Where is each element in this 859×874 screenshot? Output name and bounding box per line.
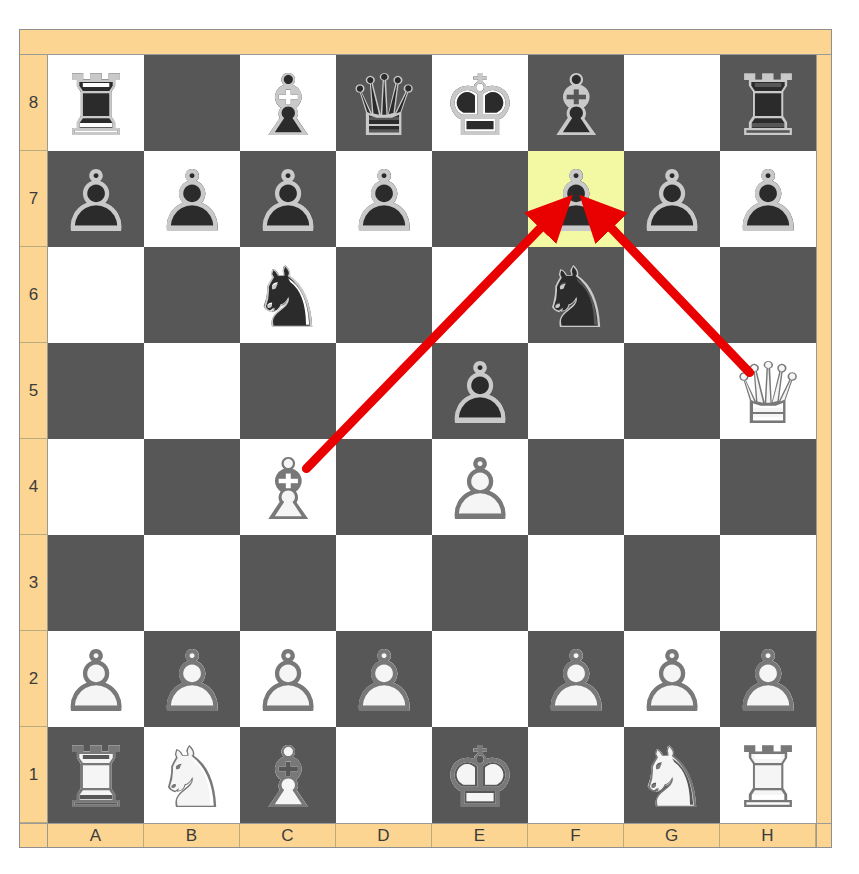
square-h2[interactable]: ♟♙ xyxy=(720,631,816,727)
square-b8[interactable] xyxy=(144,55,240,151)
square-c5[interactable] xyxy=(240,343,336,439)
black-pawn-f7: ♟♙ xyxy=(528,151,624,247)
black-king-e8: ♚♔ xyxy=(432,55,528,151)
file-label-F: F xyxy=(528,823,624,847)
frame-corner-bottom-left xyxy=(20,823,48,847)
square-b3[interactable] xyxy=(144,535,240,631)
square-b4[interactable] xyxy=(144,439,240,535)
square-e2[interactable] xyxy=(432,631,528,727)
square-f4[interactable] xyxy=(528,439,624,535)
square-f6[interactable]: ♞♘ xyxy=(528,247,624,343)
board-frame: ♜♖♝♗♛♕♚♔♝♗♜♖♟♙♟♙♟♙♟♙♟♙♟♙♟♙♞♘♞♘♟♙♛♕♝♗♟♙♟♙… xyxy=(19,29,832,848)
square-c3[interactable] xyxy=(240,535,336,631)
square-d1[interactable] xyxy=(336,727,432,823)
square-d7[interactable]: ♟♙ xyxy=(336,151,432,247)
square-b2[interactable]: ♟♙ xyxy=(144,631,240,727)
square-c2[interactable]: ♟♙ xyxy=(240,631,336,727)
chess-board: ♜♖♝♗♛♕♚♔♝♗♜♖♟♙♟♙♟♙♟♙♟♙♟♙♟♙♞♘♞♘♟♙♛♕♝♗♟♙♟♙… xyxy=(48,55,816,823)
rank-label-7: 7 xyxy=(20,151,48,247)
white-bishop-c4: ♝♗ xyxy=(240,439,336,535)
square-a4[interactable] xyxy=(48,439,144,535)
square-f1[interactable] xyxy=(528,727,624,823)
square-d5[interactable] xyxy=(336,343,432,439)
square-a8[interactable]: ♜♖ xyxy=(48,55,144,151)
square-c1[interactable]: ♝♗ xyxy=(240,727,336,823)
file-label-G: G xyxy=(624,823,720,847)
square-h1[interactable]: ♜♖ xyxy=(720,727,816,823)
square-h8[interactable]: ♜♖ xyxy=(720,55,816,151)
rank-label-3: 3 xyxy=(20,535,48,631)
white-rook-a1: ♜♖ xyxy=(48,727,144,823)
black-pawn-a7: ♟♙ xyxy=(48,151,144,247)
black-queen-d8: ♛♕ xyxy=(336,55,432,151)
square-g2[interactable]: ♟♙ xyxy=(624,631,720,727)
file-label-B: B xyxy=(144,823,240,847)
black-rook-a8: ♜♖ xyxy=(48,55,144,151)
white-pawn-b2: ♟♙ xyxy=(144,631,240,727)
black-bishop-c8: ♝♗ xyxy=(240,55,336,151)
square-b7[interactable]: ♟♙ xyxy=(144,151,240,247)
square-b1[interactable]: ♞♘ xyxy=(144,727,240,823)
square-d6[interactable] xyxy=(336,247,432,343)
square-g3[interactable] xyxy=(624,535,720,631)
square-a6[interactable] xyxy=(48,247,144,343)
square-a2[interactable]: ♟♙ xyxy=(48,631,144,727)
square-g4[interactable] xyxy=(624,439,720,535)
square-e7[interactable] xyxy=(432,151,528,247)
black-pawn-e5: ♟♙ xyxy=(432,343,528,439)
square-e5[interactable]: ♟♙ xyxy=(432,343,528,439)
square-d3[interactable] xyxy=(336,535,432,631)
square-e3[interactable] xyxy=(432,535,528,631)
square-g7[interactable]: ♟♙ xyxy=(624,151,720,247)
white-pawn-h2: ♟♙ xyxy=(720,631,816,727)
square-a5[interactable] xyxy=(48,343,144,439)
black-pawn-c7: ♟♙ xyxy=(240,151,336,247)
square-c6[interactable]: ♞♘ xyxy=(240,247,336,343)
square-e8[interactable]: ♚♔ xyxy=(432,55,528,151)
rank-label-8: 8 xyxy=(20,55,48,151)
square-a7[interactable]: ♟♙ xyxy=(48,151,144,247)
square-d8[interactable]: ♛♕ xyxy=(336,55,432,151)
rank-label-1: 1 xyxy=(20,727,48,823)
white-rook-h1: ♜♖ xyxy=(720,727,816,823)
square-b5[interactable] xyxy=(144,343,240,439)
square-c8[interactable]: ♝♗ xyxy=(240,55,336,151)
square-g6[interactable] xyxy=(624,247,720,343)
file-label-A: A xyxy=(48,823,144,847)
square-g1[interactable]: ♞♘ xyxy=(624,727,720,823)
square-e6[interactable] xyxy=(432,247,528,343)
white-knight-b1: ♞♘ xyxy=(144,727,240,823)
square-f2[interactable]: ♟♙ xyxy=(528,631,624,727)
square-c4[interactable]: ♝♗ xyxy=(240,439,336,535)
rank-label-4: 4 xyxy=(20,439,48,535)
square-h3[interactable] xyxy=(720,535,816,631)
white-pawn-d2: ♟♙ xyxy=(336,631,432,727)
square-f7[interactable]: ♟♙ xyxy=(528,151,624,247)
black-rook-h8: ♜♖ xyxy=(720,55,816,151)
black-pawn-h7: ♟♙ xyxy=(720,151,816,247)
square-g8[interactable] xyxy=(624,55,720,151)
rank-label-6: 6 xyxy=(20,247,48,343)
white-pawn-c2: ♟♙ xyxy=(240,631,336,727)
file-label-C: C xyxy=(240,823,336,847)
square-h6[interactable] xyxy=(720,247,816,343)
square-g5[interactable] xyxy=(624,343,720,439)
square-b6[interactable] xyxy=(144,247,240,343)
black-knight-f6: ♞♘ xyxy=(528,247,624,343)
white-pawn-e4: ♟♙ xyxy=(432,439,528,535)
square-h5[interactable]: ♛♕ xyxy=(720,343,816,439)
black-knight-c6: ♞♘ xyxy=(240,247,336,343)
black-pawn-d7: ♟♙ xyxy=(336,151,432,247)
square-d2[interactable]: ♟♙ xyxy=(336,631,432,727)
file-label-E: E xyxy=(432,823,528,847)
white-knight-g1: ♞♘ xyxy=(624,727,720,823)
square-f5[interactable] xyxy=(528,343,624,439)
black-bishop-f8: ♝♗ xyxy=(528,55,624,151)
square-d4[interactable] xyxy=(336,439,432,535)
square-c7[interactable]: ♟♙ xyxy=(240,151,336,247)
frame-right-strip xyxy=(816,55,831,847)
white-bishop-c1: ♝♗ xyxy=(240,727,336,823)
frame-corner-bottom-right xyxy=(816,823,831,847)
white-pawn-g2: ♟♙ xyxy=(624,631,720,727)
file-label-D: D xyxy=(336,823,432,847)
rank-label-2: 2 xyxy=(20,631,48,727)
white-pawn-f2: ♟♙ xyxy=(528,631,624,727)
square-h4[interactable] xyxy=(720,439,816,535)
square-a1[interactable]: ♜♖ xyxy=(48,727,144,823)
frame-top-strip xyxy=(20,30,831,55)
square-e1[interactable]: ♚♔ xyxy=(432,727,528,823)
black-pawn-b7: ♟♙ xyxy=(144,151,240,247)
white-queen-h5: ♛♕ xyxy=(720,343,816,439)
white-king-e1: ♚♔ xyxy=(432,727,528,823)
square-e4[interactable]: ♟♙ xyxy=(432,439,528,535)
rank-label-5: 5 xyxy=(20,343,48,439)
file-label-H: H xyxy=(720,823,816,847)
black-pawn-g7: ♟♙ xyxy=(624,151,720,247)
square-f3[interactable] xyxy=(528,535,624,631)
square-a3[interactable] xyxy=(48,535,144,631)
white-pawn-a2: ♟♙ xyxy=(48,631,144,727)
square-f8[interactable]: ♝♗ xyxy=(528,55,624,151)
square-h7[interactable]: ♟♙ xyxy=(720,151,816,247)
